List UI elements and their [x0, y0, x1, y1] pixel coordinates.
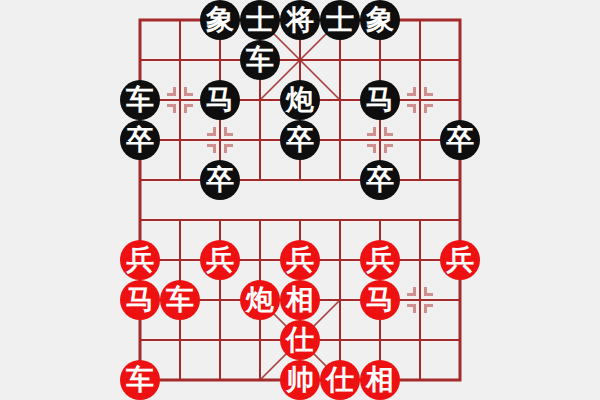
piece-black-a[interactable]: 士	[240, 0, 280, 40]
piece-black-b[interactable]: 象	[360, 0, 400, 40]
board-point-a8[interactable]	[120, 320, 160, 360]
piece-red-b[interactable]: 相	[360, 360, 400, 400]
piece-black-b[interactable]: 象	[200, 0, 240, 40]
board-point-f5[interactable]	[320, 200, 360, 240]
piece-black-p[interactable]: 卒	[120, 120, 160, 160]
board-point-d9[interactable]	[240, 360, 280, 400]
board-point-b9[interactable]	[160, 360, 200, 400]
piece-red-k[interactable]: 帅	[280, 360, 320, 400]
board-point-a5[interactable]	[120, 200, 160, 240]
piece-red-p[interactable]: 兵	[280, 240, 320, 280]
board-point-b3[interactable]	[160, 120, 200, 160]
piece-red-r[interactable]: 车	[120, 360, 160, 400]
piece-red-p[interactable]: 兵	[360, 240, 400, 280]
board-point-h8[interactable]	[400, 320, 440, 360]
board-point-b0[interactable]	[160, 0, 200, 40]
board-point-a1[interactable]	[120, 40, 160, 80]
piece-red-n[interactable]: 马	[360, 280, 400, 320]
board-point-d4[interactable]	[240, 160, 280, 200]
piece-black-p[interactable]: 卒	[280, 120, 320, 160]
board-point-c9[interactable]	[200, 360, 240, 400]
piece-black-k[interactable]: 将	[280, 0, 320, 40]
piece-red-n[interactable]: 马	[120, 280, 160, 320]
board-point-c7[interactable]	[200, 280, 240, 320]
board-point-g8[interactable]	[360, 320, 400, 360]
board-point-e4[interactable]	[280, 160, 320, 200]
board-point-f6[interactable]	[320, 240, 360, 280]
board-point-i0[interactable]	[440, 0, 480, 40]
piece-red-p[interactable]: 兵	[200, 240, 240, 280]
board-point-c5[interactable]	[200, 200, 240, 240]
board-point-f7[interactable]	[320, 280, 360, 320]
piece-black-p[interactable]: 卒	[200, 160, 240, 200]
board-point-e1[interactable]	[280, 40, 320, 80]
board-point-i7[interactable]	[440, 280, 480, 320]
board-point-i5[interactable]	[440, 200, 480, 240]
board-point-h3[interactable]	[400, 120, 440, 160]
board-point-g5[interactable]	[360, 200, 400, 240]
piece-black-a[interactable]: 士	[320, 0, 360, 40]
board-point-i4[interactable]	[440, 160, 480, 200]
board-point-i1[interactable]	[440, 40, 480, 80]
board-point-b4[interactable]	[160, 160, 200, 200]
piece-red-r[interactable]: 车	[160, 280, 200, 320]
board-point-c8[interactable]	[200, 320, 240, 360]
board-point-g1[interactable]	[360, 40, 400, 80]
piece-red-p[interactable]: 兵	[120, 240, 160, 280]
piece-black-p[interactable]: 卒	[360, 160, 400, 200]
board-point-f4[interactable]	[320, 160, 360, 200]
piece-red-a[interactable]: 仕	[320, 360, 360, 400]
board-point-i9[interactable]	[440, 360, 480, 400]
board-point-f8[interactable]	[320, 320, 360, 360]
board-point-c1[interactable]	[200, 40, 240, 80]
piece-black-r[interactable]: 车	[240, 40, 280, 80]
board-point-b8[interactable]	[160, 320, 200, 360]
board-point-b5[interactable]	[160, 200, 200, 240]
board-point-i8[interactable]	[440, 320, 480, 360]
piece-black-n[interactable]: 马	[360, 80, 400, 120]
piece-red-a[interactable]: 仕	[280, 320, 320, 360]
piece-black-c[interactable]: 炮	[280, 80, 320, 120]
board-point-d8[interactable]	[240, 320, 280, 360]
piece-black-r[interactable]: 车	[120, 80, 160, 120]
board-point-a0[interactable]	[120, 0, 160, 40]
board-point-g3[interactable]	[360, 120, 400, 160]
board-point-f3[interactable]	[320, 120, 360, 160]
board-point-h2[interactable]	[400, 80, 440, 120]
piece-red-c[interactable]: 炮	[240, 280, 280, 320]
board-point-f2[interactable]	[320, 80, 360, 120]
board-point-d3[interactable]	[240, 120, 280, 160]
board-point-h6[interactable]	[400, 240, 440, 280]
board-point-f1[interactable]	[320, 40, 360, 80]
board-point-b2[interactable]	[160, 80, 200, 120]
board-point-d2[interactable]	[240, 80, 280, 120]
board-point-h0[interactable]	[400, 0, 440, 40]
board-point-c3[interactable]	[200, 120, 240, 160]
board-point-i2[interactable]	[440, 80, 480, 120]
board-point-b6[interactable]	[160, 240, 200, 280]
board-point-d5[interactable]	[240, 200, 280, 240]
piece-black-n[interactable]: 马	[200, 80, 240, 120]
board-point-h1[interactable]	[400, 40, 440, 80]
board-point-b1[interactable]	[160, 40, 200, 80]
board-point-h7[interactable]	[400, 280, 440, 320]
piece-red-p[interactable]: 兵	[440, 240, 480, 280]
piece-black-p[interactable]: 卒	[440, 120, 480, 160]
board-point-h5[interactable]	[400, 200, 440, 240]
board-point-d6[interactable]	[240, 240, 280, 280]
board-point-h9[interactable]	[400, 360, 440, 400]
board-point-h4[interactable]	[400, 160, 440, 200]
board-point-a4[interactable]	[120, 160, 160, 200]
board-point-e5[interactable]	[280, 200, 320, 240]
piece-red-b[interactable]: 相	[280, 280, 320, 320]
xiangqi-board: 象士将士象车车马炮马卒卒卒卒卒兵兵兵兵兵马车炮相马仕车帅仕相	[0, 0, 600, 400]
screen: 象士将士象车车马炮马卒卒卒卒卒兵兵兵兵兵马车炮相马仕车帅仕相	[0, 0, 600, 400]
